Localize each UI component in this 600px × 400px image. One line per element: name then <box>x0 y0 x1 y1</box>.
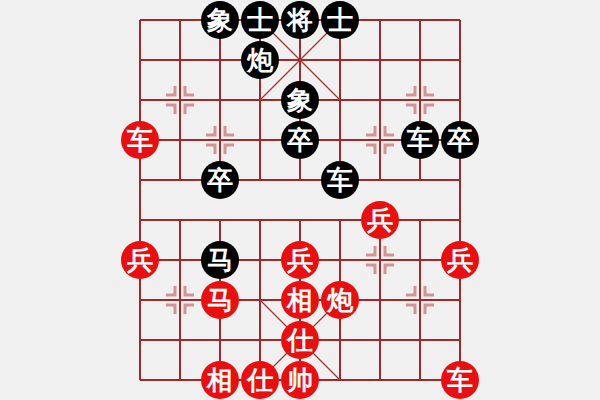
piece-black-elephant[interactable]: 象 <box>201 1 239 39</box>
piece-red-elephant[interactable]: 相 <box>201 361 239 399</box>
piece-red-soldier[interactable]: 兵 <box>281 241 319 279</box>
piece-black-soldier[interactable]: 卒 <box>281 121 319 159</box>
piece-red-horse[interactable]: 马 <box>201 281 239 319</box>
piece-black-soldier[interactable]: 卒 <box>441 121 479 159</box>
piece-black-advisor[interactable]: 士 <box>241 1 279 39</box>
piece-black-general[interactable]: 将 <box>281 1 319 39</box>
piece-black-chariot[interactable]: 车 <box>321 161 359 199</box>
piece-red-advisor[interactable]: 仕 <box>241 361 279 399</box>
piece-red-soldier[interactable]: 兵 <box>441 241 479 279</box>
piece-red-chariot[interactable]: 车 <box>121 121 159 159</box>
piece-black-horse[interactable]: 马 <box>201 241 239 279</box>
piece-red-cannon[interactable]: 炮 <box>321 281 359 319</box>
piece-black-soldier[interactable]: 卒 <box>201 161 239 199</box>
board[interactable]: 象士将士炮象车卒车卒卒车兵兵马兵兵马相炮仕相仕帅车 <box>120 0 480 400</box>
piece-red-chariot[interactable]: 车 <box>441 361 479 399</box>
piece-black-elephant[interactable]: 象 <box>281 81 319 119</box>
piece-red-elephant[interactable]: 相 <box>281 281 319 319</box>
piece-red-advisor[interactable]: 仕 <box>281 321 319 359</box>
piece-red-general[interactable]: 帅 <box>281 361 319 399</box>
piece-red-soldier[interactable]: 兵 <box>121 241 159 279</box>
piece-red-soldier[interactable]: 兵 <box>361 201 399 239</box>
piece-black-advisor[interactable]: 士 <box>321 1 359 39</box>
xiangqi-app: 象士将士炮象车卒车卒卒车兵兵马兵兵马相炮仕相仕帅车 <box>0 0 600 400</box>
piece-black-chariot[interactable]: 车 <box>401 121 439 159</box>
piece-black-cannon[interactable]: 炮 <box>241 41 279 79</box>
